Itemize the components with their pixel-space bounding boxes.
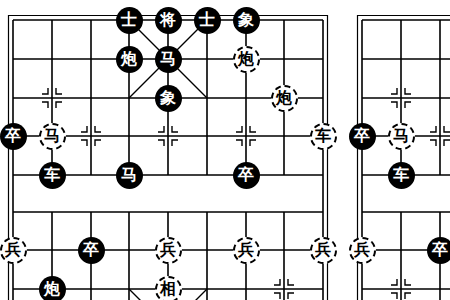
point-markers: [391, 88, 450, 299]
piece-black-soldier[interactable]: 卒: [427, 237, 450, 264]
piece-white-soldier[interactable]: 兵: [349, 237, 376, 264]
piece-black-chariot[interactable]: 车: [388, 162, 415, 189]
xiangqi-diagram: 士将士象炮马炮象炮卒马车车马卒兵卒兵兵兵炮相 卒马车兵卒: [0, 0, 450, 300]
piece-black-soldier[interactable]: 卒: [349, 123, 376, 150]
piece-white-horse[interactable]: 马: [388, 123, 415, 150]
board-right: 卒马车兵卒: [0, 0, 450, 300]
